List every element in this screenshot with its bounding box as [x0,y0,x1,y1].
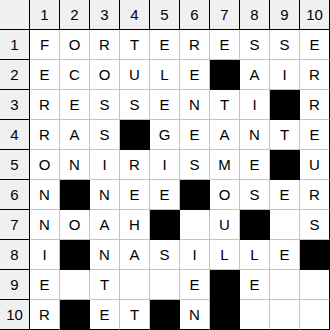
col-label: 3 [90,0,120,30]
grid-cell[interactable]: N [180,90,210,120]
grid-cell[interactable]: I [180,240,210,270]
col-label: 4 [120,0,150,30]
block-cell [270,90,300,120]
grid-cell[interactable]: E [60,90,90,120]
block-cell [210,300,240,330]
grid-cell[interactable]: A [120,240,150,270]
grid-cell[interactable]: A [240,60,270,90]
grid-cell[interactable]: N [60,150,90,180]
grid-cell[interactable]: E [300,120,330,150]
row-label: 6 [0,180,30,210]
crossword-grid: 123456789101FORTERESSE2ECOULEAIR3RESSENT… [0,0,330,330]
grid-cell[interactable]: G [150,120,180,150]
grid-cell[interactable]: R [90,30,120,60]
grid-cell[interactable]: S [180,150,210,180]
grid-cell[interactable]: H [120,210,150,240]
grid-cell[interactable]: R [180,30,210,60]
grid-cell[interactable]: O [90,60,120,90]
grid-cell[interactable]: E [120,180,150,210]
block-cell [150,300,180,330]
grid-cell[interactable]: A [60,120,90,150]
col-label: 1 [30,0,60,30]
grid-cell[interactable]: T [120,300,150,330]
grid-cell[interactable]: T [120,30,150,60]
grid-cell[interactable]: E [300,30,330,60]
col-label: 10 [300,0,330,30]
grid-cell[interactable]: R [300,60,330,90]
grid-cell[interactable]: R [30,300,60,330]
block-cell [60,300,90,330]
grid-cell[interactable] [150,270,180,300]
grid-cell[interactable] [180,210,210,240]
col-label: 6 [180,0,210,30]
grid-cell[interactable]: N [30,210,60,240]
grid-cell[interactable]: R [120,150,150,180]
grid-cell[interactable]: C [60,60,90,90]
grid-cell[interactable]: I [30,240,60,270]
grid-cell[interactable]: E [90,300,120,330]
grid-cell[interactable]: I [150,150,180,180]
block-cell [120,120,150,150]
grid-cell[interactable]: R [300,180,330,210]
row-label: 7 [0,210,30,240]
grid-cell[interactable]: N [30,180,60,210]
block-cell [180,180,210,210]
grid-cell[interactable] [240,300,270,330]
grid-cell[interactable] [300,270,330,300]
grid-cell[interactable]: N [90,240,120,270]
grid-cell[interactable]: S [300,210,330,240]
grid-cell[interactable]: N [180,300,210,330]
grid-cell[interactable]: E [240,270,270,300]
grid-cell[interactable]: T [210,90,240,120]
grid-cell[interactable]: N [90,180,120,210]
block-cell [270,150,300,180]
grid-cell[interactable]: U [210,210,240,240]
grid-cell[interactable]: L [210,240,240,270]
block-cell [210,270,240,300]
col-label: 7 [210,0,240,30]
block-cell [150,210,180,240]
grid-cell[interactable]: U [120,60,150,90]
grid-cell[interactable]: I [270,60,300,90]
grid-cell[interactable]: E [270,240,300,270]
grid-cell[interactable]: A [210,120,240,150]
block-cell [300,240,330,270]
grid-cell[interactable]: E [180,120,210,150]
row-label: 9 [0,270,30,300]
corner-cell [0,0,30,30]
grid-cell[interactable]: E [150,90,180,120]
grid-cell[interactable]: S [150,240,180,270]
row-label: 8 [0,240,30,270]
row-label: 2 [0,60,30,90]
grid-cell[interactable]: U [300,150,330,180]
grid-cell[interactable]: S [240,180,270,210]
row-label: 3 [0,90,30,120]
grid-cell[interactable]: T [270,120,300,150]
block-cell [60,180,90,210]
grid-cell[interactable]: E [270,180,300,210]
grid-cell[interactable]: R [30,120,60,150]
grid-cell[interactable]: R [30,90,60,120]
col-label: 8 [240,0,270,30]
grid-cell[interactable]: O [60,210,90,240]
col-label: 2 [60,0,90,30]
grid-cell[interactable]: S [90,120,120,150]
grid-cell[interactable]: E [180,270,210,300]
grid-cell[interactable]: I [90,150,120,180]
grid-cell[interactable] [270,300,300,330]
block-cell [210,60,240,90]
grid-cell[interactable]: S [120,90,150,120]
grid-cell[interactable]: E [150,180,180,210]
grid-cell[interactable]: E [30,270,60,300]
grid-cell[interactable] [120,270,150,300]
grid-cell[interactable]: S [90,90,120,120]
grid-cell[interactable]: M [210,150,240,180]
col-label: 5 [150,0,180,30]
grid-cell[interactable]: E [150,30,180,60]
grid-cell[interactable]: E [210,30,240,60]
grid-cell[interactable]: S [270,30,300,60]
grid-cell[interactable]: S [240,30,270,60]
grid-cell[interactable]: T [90,270,120,300]
row-label: 4 [0,120,30,150]
grid-cell[interactable]: R [300,90,330,120]
grid-cell[interactable]: E [30,60,60,90]
grid-cell[interactable] [270,270,300,300]
grid-cell[interactable] [60,270,90,300]
grid-cell[interactable]: L [150,60,180,90]
row-label: 1 [0,30,30,60]
row-label: 10 [0,300,30,330]
block-cell [60,240,90,270]
grid-cell[interactable]: E [180,60,210,90]
grid-cell[interactable] [300,300,330,330]
grid-cell[interactable]: N [240,120,270,150]
grid-cell[interactable] [270,210,300,240]
grid-cell[interactable]: E [240,150,270,180]
grid-cell[interactable]: L [240,240,270,270]
grid-cell[interactable]: O [30,150,60,180]
grid-cell[interactable]: O [60,30,90,60]
grid-cell[interactable]: F [30,30,60,60]
grid-cell[interactable]: I [240,90,270,120]
grid-cell[interactable]: O [210,180,240,210]
row-label: 5 [0,150,30,180]
col-label: 9 [270,0,300,30]
block-cell [240,210,270,240]
grid-cell[interactable]: A [90,210,120,240]
